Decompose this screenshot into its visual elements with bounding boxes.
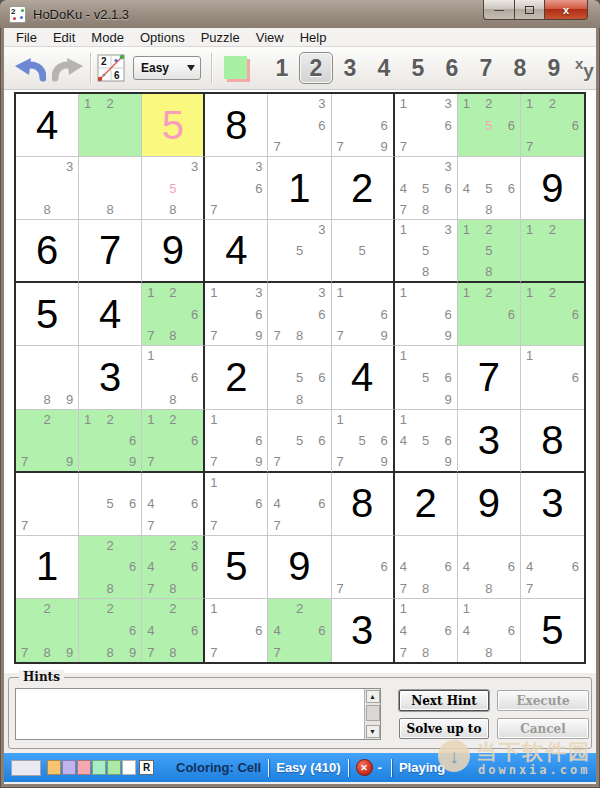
cell-value: 1 — [16, 536, 78, 598]
cell-r4c9[interactable]: 126 — [521, 283, 584, 346]
digit-button-3[interactable]: 3 — [333, 52, 367, 84]
cell-candidates: 567 — [268, 410, 330, 471]
cell-r2c4[interactable]: 367 — [205, 157, 268, 220]
digit-button-8[interactable]: 8 — [503, 52, 537, 84]
cell-candidates: 679 — [332, 94, 393, 156]
cell-r7c6[interactable]: 8 — [332, 473, 395, 536]
cell-candidates: 16 — [521, 346, 584, 408]
cell-r9c5[interactable]: 2467 — [268, 599, 331, 662]
cell-candidates: 1367 — [395, 94, 457, 156]
status-dash: - — [378, 760, 382, 775]
cell-candidates: 2689 — [79, 599, 141, 662]
status-separator — [268, 759, 269, 777]
cell-r7c1[interactable]: 7 — [16, 473, 79, 536]
status-separator — [348, 759, 349, 777]
cell-candidates: 24678 — [142, 599, 203, 662]
cell-candidates: 2789 — [16, 599, 78, 662]
cell-value: 8 — [205, 94, 267, 156]
hints-textarea[interactable]: ▲ ▼ — [15, 688, 381, 740]
digit-button-2[interactable]: 2 — [299, 52, 333, 84]
color-swatches — [47, 760, 137, 775]
cell-r7c5[interactable]: 467 — [268, 473, 331, 536]
cell-value: 4 — [332, 346, 393, 408]
cell-r9c7[interactable]: 14678 — [395, 599, 458, 662]
cell-value: 2 — [332, 157, 393, 219]
cell-value: 1 — [268, 157, 330, 219]
cell-r8c4[interactable]: 5 — [205, 536, 268, 599]
cand-icon-digit-6: 6 — [114, 70, 120, 81]
cell-r5c9[interactable]: 16 — [521, 346, 584, 409]
hints-scrollbar[interactable]: ▲ ▼ — [364, 689, 380, 739]
cell-candidates: 268 — [79, 536, 141, 598]
cell-r1c7[interactable]: 1367 — [395, 94, 458, 157]
cell-r6c8[interactable]: 3 — [458, 410, 521, 473]
cell-candidates: 1267 — [521, 94, 584, 156]
cell-candidates: 35 — [268, 220, 330, 281]
cell-candidates: 168 — [142, 346, 203, 408]
cell-r5c6[interactable]: 4 — [332, 346, 395, 409]
cell-r8c1[interactable]: 1 — [16, 536, 79, 599]
cell-value: 6 — [16, 220, 78, 281]
solve-up-to-button[interactable]: Solve up to — [399, 718, 489, 739]
cell-r1c4[interactable]: 8 — [205, 94, 268, 157]
cell-r2c9[interactable]: 9 — [521, 157, 584, 220]
cell-r3c1[interactable]: 6 — [16, 220, 79, 283]
cell-value: 9 — [268, 536, 330, 598]
status-separator — [391, 759, 392, 777]
show-candidates-icon[interactable]: 2 6 — [97, 54, 125, 82]
cell-r6c2[interactable]: 1269 — [79, 410, 142, 473]
menu-mode[interactable]: Mode — [83, 28, 132, 46]
cell-r8c8[interactable]: 468 — [458, 536, 521, 599]
cell-r4c5[interactable]: 3678 — [268, 283, 331, 346]
cell-candidates: 12 — [79, 94, 141, 156]
cell-candidates: 126 — [521, 283, 584, 345]
cell-value: 2 — [395, 473, 457, 535]
cell-r5c8[interactable]: 7 — [458, 346, 521, 409]
cell-candidates: 367 — [268, 94, 330, 156]
cell-r1c2[interactable]: 12 — [79, 94, 142, 157]
xy-button[interactable]: xy — [575, 55, 594, 82]
cell-candidates: 358 — [142, 157, 203, 219]
cell-candidates: 169 — [395, 283, 457, 345]
cell-r6c6[interactable]: 15679 — [332, 410, 395, 473]
cell-value: 3 — [332, 599, 393, 662]
cell-candidates: 12 — [521, 220, 584, 281]
no-color-swatch[interactable] — [11, 760, 41, 776]
cell-r3c8[interactable]: 1258 — [458, 220, 521, 283]
chevron-down-icon — [187, 65, 195, 71]
cell-r5c3[interactable]: 168 — [142, 346, 205, 409]
cell-value: 9 — [142, 220, 203, 281]
cell-r6c7[interactable]: 14569 — [395, 410, 458, 473]
cell-value: 2 — [205, 346, 267, 408]
hints-panel: Hints ▲ ▼ Next Hint Execute Solve up to … — [8, 677, 592, 749]
cell-candidates: 15679 — [332, 410, 393, 471]
minimize-button[interactable]: — — [483, 0, 515, 20]
color-swatch-1[interactable] — [47, 760, 61, 775]
menu-view[interactable]: View — [248, 28, 292, 46]
cell-r1c6[interactable]: 679 — [332, 94, 395, 157]
cell-r2c6[interactable]: 2 — [332, 157, 395, 220]
cell-r5c2[interactable]: 3 — [79, 346, 142, 409]
cell-r3c2[interactable]: 7 — [79, 220, 142, 283]
cell-r5c5[interactable]: 568 — [268, 346, 331, 409]
cell-r1c5[interactable]: 367 — [268, 94, 331, 157]
cell-r3c7[interactable]: 1358 — [395, 220, 458, 283]
cell-value: 4 — [16, 94, 78, 156]
cell-r4c3[interactable]: 12678 — [142, 283, 205, 346]
error-icon: ✕ — [356, 759, 373, 776]
cell-value: 9 — [521, 157, 584, 219]
cell-candidates: 1679 — [332, 283, 393, 345]
title-bar[interactable]: 2 HoDoKu - v2.1.3 — x — [0, 0, 600, 28]
hints-label: Hints — [19, 670, 64, 684]
cell-r4c7[interactable]: 169 — [395, 283, 458, 346]
sudoku-board: 4125836767913671256126738835836712345678… — [14, 92, 586, 664]
cell-candidates: 1267 — [142, 410, 203, 471]
digit-button-5[interactable]: 5 — [401, 52, 435, 84]
cell-candidates: 167 — [205, 473, 267, 535]
cell-value: 5 — [205, 536, 267, 598]
cell-candidates: 5 — [332, 220, 393, 281]
cell-value: 7 — [79, 220, 141, 281]
app-icon: 2 — [9, 6, 26, 23]
cell-r3c5[interactable]: 35 — [268, 220, 331, 283]
cell-candidates: 4678 — [395, 536, 457, 598]
cell-candidates: 38 — [16, 157, 78, 219]
cell-candidates: 8 — [79, 157, 141, 219]
cell-value: 5 — [521, 599, 584, 662]
cell-r7c3[interactable]: 467 — [142, 473, 205, 536]
cell-value: 5 — [142, 94, 203, 156]
cell-candidates: 345678 — [395, 157, 457, 219]
digit-button-4[interactable]: 4 — [367, 52, 401, 84]
cell-r6c1[interactable]: 279 — [16, 410, 79, 473]
client-area: FileEditModeOptionsPuzzleViewHelp 2 6 — [4, 28, 596, 784]
toolbar-separator — [211, 53, 212, 83]
cell-r9c9[interactable]: 5 — [521, 599, 584, 662]
close-button[interactable]: x — [544, 0, 588, 20]
cell-r7c2[interactable]: 56 — [79, 473, 142, 536]
cell-r6c3[interactable]: 1267 — [142, 410, 205, 473]
digit-button-9[interactable]: 9 — [537, 52, 571, 84]
coloring-mode-label: Coloring: Cell — [176, 760, 261, 775]
next-hint-button[interactable]: Next Hint — [399, 690, 489, 711]
cell-candidates: 13679 — [205, 283, 267, 345]
cell-r6c4[interactable]: 1679 — [205, 410, 268, 473]
cell-candidates: 367 — [205, 157, 267, 219]
cell-value: 3 — [79, 346, 141, 408]
cell-value: 8 — [332, 473, 393, 535]
menu-help[interactable]: Help — [292, 28, 335, 46]
cell-r4c2[interactable]: 4 — [79, 283, 142, 346]
menu-options[interactable]: Options — [132, 28, 193, 46]
cell-r5c1[interactable]: 89 — [16, 346, 79, 409]
menu-puzzle[interactable]: Puzzle — [193, 28, 248, 46]
cell-candidates: 167 — [205, 599, 267, 662]
cell-candidates: 3678 — [268, 283, 330, 345]
cell-r8c7[interactable]: 4678 — [395, 536, 458, 599]
cell-candidates: 14678 — [395, 599, 457, 662]
cell-candidates: 1358 — [395, 220, 457, 281]
cell-r7c9[interactable]: 3 — [521, 473, 584, 536]
cell-r1c8[interactable]: 1256 — [458, 94, 521, 157]
difficulty-value: Easy — [134, 61, 169, 75]
cell-value: 4 — [205, 220, 267, 281]
cand-icon-digit-2: 2 — [101, 56, 107, 67]
toolbar-separator — [90, 53, 91, 83]
cell-r6c5[interactable]: 567 — [268, 410, 331, 473]
cell-candidates: 1569 — [395, 346, 457, 408]
cell-candidates: 14569 — [395, 410, 457, 471]
cell-r2c5[interactable]: 1 — [268, 157, 331, 220]
cell-r9c2[interactable]: 2689 — [79, 599, 142, 662]
cell-r9c3[interactable]: 24678 — [142, 599, 205, 662]
cell-value: 3 — [521, 473, 584, 535]
color-swatch-5[interactable] — [107, 760, 121, 775]
digit-button-6[interactable]: 6 — [435, 52, 469, 84]
cell-candidates: 67 — [332, 536, 393, 598]
cell-candidates: 2467 — [268, 599, 330, 662]
scroll-up-icon[interactable]: ▲ — [366, 690, 380, 703]
cell-r8c2[interactable]: 268 — [79, 536, 142, 599]
cell-r3c3[interactable]: 9 — [142, 220, 205, 283]
cell-candidates: 467 — [142, 473, 203, 535]
cell-candidates: 468 — [458, 536, 520, 598]
cell-candidates: 1269 — [79, 410, 141, 471]
cell-r3c9[interactable]: 12 — [521, 220, 584, 283]
cell-candidates: 12678 — [142, 283, 203, 345]
cell-r2c1[interactable]: 38 — [16, 157, 79, 220]
cell-candidates: 279 — [16, 410, 78, 471]
scroll-down-icon[interactable]: ▼ — [366, 725, 380, 738]
app-window: 2 HoDoKu - v2.1.3 — x FileEditModeOption… — [0, 0, 600, 788]
status-bar: R Coloring: Cell Easy (410) ✕ - Playing — [4, 753, 596, 782]
cell-r9c4[interactable]: 167 — [205, 599, 268, 662]
menu-file[interactable]: File — [8, 28, 45, 46]
board-panel: 4125836767913671256126738835836712345678… — [4, 90, 596, 673]
menu-bar: FileEditModeOptionsPuzzleViewHelp — [4, 28, 596, 47]
cell-value: 4 — [79, 283, 141, 345]
cell-r8c9[interactable]: 467 — [521, 536, 584, 599]
cell-r9c6[interactable]: 3 — [332, 599, 395, 662]
color-swatch-2[interactable] — [62, 760, 76, 775]
cell-r4c4[interactable]: 13679 — [205, 283, 268, 346]
cell-r3c6[interactable]: 5 — [332, 220, 395, 283]
cell-candidates: 89 — [16, 346, 78, 408]
cell-candidates: 467 — [521, 536, 584, 598]
cell-candidates: 56 — [79, 473, 141, 535]
redo-icon[interactable] — [52, 54, 84, 82]
cell-r2c3[interactable]: 358 — [142, 157, 205, 220]
cell-value: 3 — [458, 410, 520, 471]
cell-r8c6[interactable]: 67 — [332, 536, 395, 599]
cell-r2c8[interactable]: 4568 — [458, 157, 521, 220]
cell-value: 8 — [521, 410, 584, 471]
cell-candidates: 1468 — [458, 599, 520, 662]
digit-button-1[interactable]: 1 — [265, 52, 299, 84]
cell-value: 7 — [458, 346, 520, 408]
cell-r5c4[interactable]: 2 — [205, 346, 268, 409]
menu-edit[interactable]: Edit — [45, 28, 83, 46]
cell-r1c1[interactable]: 4 — [16, 94, 79, 157]
cell-r4c6[interactable]: 1679 — [332, 283, 395, 346]
cell-r2c2[interactable]: 8 — [79, 157, 142, 220]
color-swatch-3[interactable] — [77, 760, 91, 775]
cell-r2c7[interactable]: 345678 — [395, 157, 458, 220]
color-swatch-4[interactable] — [92, 760, 106, 775]
cancel-button[interactable]: Cancel — [497, 718, 589, 739]
cell-r8c3[interactable]: 234678 — [142, 536, 205, 599]
cell-candidates: 7 — [16, 473, 78, 535]
color-swatch-6[interactable] — [122, 760, 136, 775]
cell-candidates: 234678 — [142, 536, 203, 598]
coloring-color-swatch[interactable] — [224, 56, 247, 79]
digit-button-7[interactable]: 7 — [469, 52, 503, 84]
difficulty-score-label: Easy (410) — [276, 760, 340, 775]
reset-colors-button[interactable]: R — [139, 760, 154, 775]
execute-button[interactable]: Execute — [497, 690, 589, 711]
cell-r7c4[interactable]: 167 — [205, 473, 268, 536]
cell-candidates: 467 — [268, 473, 330, 535]
cell-r9c8[interactable]: 1468 — [458, 599, 521, 662]
cell-candidates: 126 — [458, 283, 520, 345]
maximize-button[interactable] — [515, 0, 544, 20]
cell-value: 5 — [16, 283, 78, 345]
maximize-icon — [525, 6, 534, 14]
cell-candidates: 1679 — [205, 410, 267, 471]
cell-r5c7[interactable]: 1569 — [395, 346, 458, 409]
cell-candidates: 4568 — [458, 157, 520, 219]
cell-r9c1[interactable]: 2789 — [16, 599, 79, 662]
cell-candidates: 1258 — [458, 220, 520, 281]
cell-r1c3[interactable]: 5 — [142, 94, 205, 157]
scrollbar-thumb[interactable] — [366, 705, 380, 721]
cell-r8c5[interactable]: 9 — [268, 536, 331, 599]
cell-r3c4[interactable]: 4 — [205, 220, 268, 283]
difficulty-select[interactable]: Easy — [133, 56, 201, 80]
cell-candidates: 1256 — [458, 94, 520, 156]
cell-r4c8[interactable]: 126 — [458, 283, 521, 346]
game-state-label: Playing — [399, 760, 445, 775]
cell-r7c8[interactable]: 9 — [458, 473, 521, 536]
cell-r7c7[interactable]: 2 — [395, 473, 458, 536]
cell-r1c9[interactable]: 1267 — [521, 94, 584, 157]
digit-buttons: 123456789 — [265, 52, 571, 84]
toolbar: 2 6 Easy 123456789 xy — [4, 47, 596, 90]
window-title: HoDoKu - v2.1.3 — [33, 7, 129, 22]
cell-r6c9[interactable]: 8 — [521, 410, 584, 473]
cell-r4c1[interactable]: 5 — [16, 283, 79, 346]
undo-icon[interactable] — [14, 54, 46, 82]
cell-candidates: 568 — [268, 346, 330, 408]
cell-value: 9 — [458, 473, 520, 535]
